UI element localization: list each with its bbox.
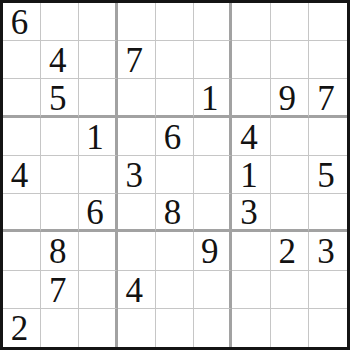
sudoku-cell-r8c9[interactable] — [309, 271, 347, 309]
sudoku-cell-r3c5[interactable] — [156, 79, 194, 117]
sudoku-cell-r8c6[interactable] — [194, 271, 232, 309]
sudoku-cell-r1c1[interactable]: 6 — [3, 3, 41, 41]
sudoku-cell-r5c1[interactable]: 4 — [3, 156, 41, 194]
given-digit: 7 — [126, 43, 144, 78]
given-digit: 2 — [11, 311, 29, 346]
given-digit: 4 — [126, 273, 144, 308]
given-digit: 6 — [164, 120, 182, 155]
sudoku-cell-r7c4[interactable] — [118, 232, 156, 270]
sudoku-cell-r1c4[interactable] — [118, 3, 156, 41]
sudoku-cell-r1c5[interactable] — [156, 3, 194, 41]
sudoku-cell-r4c9[interactable] — [309, 118, 347, 156]
sudoku-cell-r9c1[interactable]: 2 — [3, 309, 41, 347]
given-digit: 7 — [317, 81, 335, 116]
sudoku-cell-r8c7[interactable] — [232, 271, 270, 309]
sudoku-cell-r9c9[interactable] — [309, 309, 347, 347]
given-digit: 7 — [49, 273, 67, 308]
sudoku-cell-r7c1[interactable] — [3, 232, 41, 270]
sudoku-cell-r5c7[interactable]: 1 — [232, 156, 270, 194]
given-digit: 4 — [240, 120, 258, 155]
given-digit: 3 — [126, 158, 144, 193]
sudoku-cell-r4c6[interactable] — [194, 118, 232, 156]
sudoku-cell-r1c3[interactable] — [79, 3, 117, 41]
sudoku-cell-r4c5[interactable]: 6 — [156, 118, 194, 156]
sudoku-cell-r7c6[interactable]: 9 — [194, 232, 232, 270]
sudoku-cell-r1c2[interactable] — [41, 3, 79, 41]
sudoku-cell-r2c1[interactable] — [3, 41, 41, 79]
given-digit: 8 — [49, 234, 67, 269]
sudoku-cell-r8c4[interactable]: 4 — [118, 271, 156, 309]
sudoku-cell-r1c7[interactable] — [232, 3, 270, 41]
sudoku-cell-r6c6[interactable] — [194, 194, 232, 232]
given-digit: 2 — [278, 234, 296, 269]
given-digit: 3 — [240, 195, 258, 230]
given-digit: 9 — [201, 234, 219, 269]
given-digit: 1 — [86, 120, 104, 155]
sudoku-cell-r9c4[interactable] — [118, 309, 156, 347]
sudoku-cell-r2c7[interactable] — [232, 41, 270, 79]
sudoku-cell-r5c3[interactable] — [79, 156, 117, 194]
sudoku-cell-r3c2[interactable]: 5 — [41, 79, 79, 117]
sudoku-cell-r8c8[interactable] — [271, 271, 309, 309]
sudoku-cell-r9c5[interactable] — [156, 309, 194, 347]
sudoku-cell-r3c7[interactable] — [232, 79, 270, 117]
sudoku-cell-r9c6[interactable] — [194, 309, 232, 347]
given-digit: 4 — [11, 158, 29, 193]
sudoku-cell-r9c3[interactable] — [79, 309, 117, 347]
sudoku-cell-r2c2[interactable]: 4 — [41, 41, 79, 79]
sudoku-cell-r3c8[interactable]: 9 — [271, 79, 309, 117]
sudoku-cell-r6c5[interactable]: 8 — [156, 194, 194, 232]
given-digit: 1 — [240, 158, 258, 193]
sudoku-cell-r9c8[interactable] — [271, 309, 309, 347]
sudoku-cell-r5c8[interactable] — [271, 156, 309, 194]
sudoku-cell-r2c3[interactable] — [79, 41, 117, 79]
sudoku-cell-r6c1[interactable] — [3, 194, 41, 232]
sudoku-cell-r6c7[interactable]: 3 — [232, 194, 270, 232]
sudoku-cell-r6c4[interactable] — [118, 194, 156, 232]
sudoku-cell-r4c7[interactable]: 4 — [232, 118, 270, 156]
sudoku-cell-r3c4[interactable] — [118, 79, 156, 117]
sudoku-cell-r6c3[interactable]: 6 — [79, 194, 117, 232]
sudoku-cell-r8c1[interactable] — [3, 271, 41, 309]
sudoku-cell-r3c6[interactable]: 1 — [194, 79, 232, 117]
given-digit: 8 — [164, 195, 182, 230]
given-digit: 5 — [317, 158, 335, 193]
given-digit: 6 — [11, 5, 29, 40]
sudoku-cell-r5c4[interactable]: 3 — [118, 156, 156, 194]
sudoku-cell-r5c2[interactable] — [41, 156, 79, 194]
sudoku-cell-r7c7[interactable] — [232, 232, 270, 270]
sudoku-cell-r5c5[interactable] — [156, 156, 194, 194]
sudoku-cell-r6c8[interactable] — [271, 194, 309, 232]
given-digit: 4 — [49, 43, 67, 78]
sudoku-cell-r8c3[interactable] — [79, 271, 117, 309]
sudoku-cell-r2c9[interactable] — [309, 41, 347, 79]
sudoku-cell-r2c8[interactable] — [271, 41, 309, 79]
sudoku-board: 647519716443156838923742 — [0, 0, 350, 350]
sudoku-cell-r4c2[interactable] — [41, 118, 79, 156]
sudoku-cell-r7c2[interactable]: 8 — [41, 232, 79, 270]
sudoku-cell-r8c2[interactable]: 7 — [41, 271, 79, 309]
sudoku-cell-r7c3[interactable] — [79, 232, 117, 270]
sudoku-cell-r4c3[interactable]: 1 — [79, 118, 117, 156]
sudoku-cell-r2c4[interactable]: 7 — [118, 41, 156, 79]
sudoku-cell-r4c4[interactable] — [118, 118, 156, 156]
sudoku-cell-r5c6[interactable] — [194, 156, 232, 194]
given-digit: 1 — [201, 81, 219, 116]
sudoku-cell-r4c1[interactable] — [3, 118, 41, 156]
sudoku-cell-r2c6[interactable] — [194, 41, 232, 79]
sudoku-cell-r3c1[interactable] — [3, 79, 41, 117]
sudoku-cell-r5c9[interactable]: 5 — [309, 156, 347, 194]
given-digit: 3 — [317, 234, 335, 269]
sudoku-cell-r1c6[interactable] — [194, 3, 232, 41]
sudoku-cell-r8c5[interactable] — [156, 271, 194, 309]
sudoku-cell-r7c5[interactable] — [156, 232, 194, 270]
sudoku-cell-r2c5[interactable] — [156, 41, 194, 79]
sudoku-cell-r3c9[interactable]: 7 — [309, 79, 347, 117]
given-digit: 9 — [278, 81, 296, 116]
given-digit: 6 — [86, 195, 104, 230]
sudoku-cell-r1c8[interactable] — [271, 3, 309, 41]
sudoku-cell-r3c3[interactable] — [79, 79, 117, 117]
sudoku-cell-r6c2[interactable] — [41, 194, 79, 232]
sudoku-cell-r1c9[interactable] — [309, 3, 347, 41]
sudoku-grid: 647519716443156838923742 — [3, 3, 347, 347]
sudoku-cell-r9c7[interactable] — [232, 309, 270, 347]
sudoku-cell-r7c9[interactable]: 3 — [309, 232, 347, 270]
sudoku-cell-r7c8[interactable]: 2 — [271, 232, 309, 270]
sudoku-cell-r9c2[interactable] — [41, 309, 79, 347]
given-digit: 5 — [49, 81, 67, 116]
sudoku-cell-r4c8[interactable] — [271, 118, 309, 156]
sudoku-cell-r6c9[interactable] — [309, 194, 347, 232]
